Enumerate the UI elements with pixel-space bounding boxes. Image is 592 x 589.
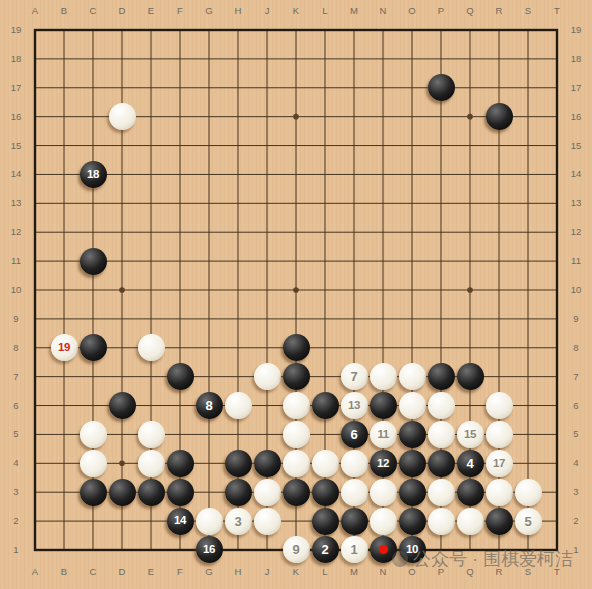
move-number: 18 xyxy=(87,169,99,181)
row-label-left: 7 xyxy=(6,371,26,383)
black-stone-F2: 14 xyxy=(167,508,194,535)
col-label-top: L xyxy=(315,5,335,17)
row-label-right: 17 xyxy=(566,82,586,94)
row-label-left: 4 xyxy=(6,457,26,469)
col-label-bottom: C xyxy=(83,566,103,578)
row-label-right: 12 xyxy=(566,226,586,238)
move-number: 14 xyxy=(174,515,186,527)
black-stone-K7 xyxy=(283,363,310,390)
white-stone-R4: 17 xyxy=(486,450,513,477)
row-label-right: 1 xyxy=(566,544,586,556)
white-stone-R5 xyxy=(486,421,513,448)
col-label-top: J xyxy=(257,5,277,17)
white-stone-G2 xyxy=(196,508,223,535)
white-stone-Q2 xyxy=(457,508,484,535)
black-stone-O3 xyxy=(399,479,426,506)
white-stone-M7: 7 xyxy=(341,363,368,390)
move-number: 15 xyxy=(464,429,476,441)
black-stone-E3 xyxy=(138,479,165,506)
white-stone-J3 xyxy=(254,479,281,506)
col-label-bottom: G xyxy=(199,566,219,578)
black-stone-Q3 xyxy=(457,479,484,506)
white-stone-E4 xyxy=(138,450,165,477)
black-stone-P4 xyxy=(428,450,455,477)
row-label-left: 8 xyxy=(6,342,26,354)
move-number: 4 xyxy=(466,457,473,470)
white-stone-R3 xyxy=(486,479,513,506)
col-label-top: M xyxy=(344,5,364,17)
black-stone-F3 xyxy=(167,479,194,506)
black-stone-O5 xyxy=(399,421,426,448)
move-number: 11 xyxy=(377,429,388,441)
black-stone-G1: 16 xyxy=(196,536,223,563)
row-label-left: 17 xyxy=(6,82,26,94)
black-stone-Q7 xyxy=(457,363,484,390)
row-label-left: 9 xyxy=(6,313,26,325)
col-label-bottom: D xyxy=(112,566,132,578)
black-stone-L1: 2 xyxy=(312,536,339,563)
white-stone-N2 xyxy=(370,508,397,535)
black-stone-F4 xyxy=(167,450,194,477)
white-stone-Q5: 15 xyxy=(457,421,484,448)
black-stone-C11 xyxy=(80,248,107,275)
white-stone-B8: 19 xyxy=(51,334,78,361)
white-stone-M1: 1 xyxy=(341,536,368,563)
row-label-right: 9 xyxy=(566,313,586,325)
black-stone-C14: 18 xyxy=(80,161,107,188)
white-stone-P6 xyxy=(428,392,455,419)
move-number: 8 xyxy=(205,399,212,412)
black-stone-L6 xyxy=(312,392,339,419)
black-stone-D3 xyxy=(109,479,136,506)
move-number: 9 xyxy=(292,543,299,556)
white-stone-C4 xyxy=(80,450,107,477)
col-label-bottom: R xyxy=(489,566,509,578)
white-stone-D16 xyxy=(109,103,136,130)
col-label-top: D xyxy=(112,5,132,17)
row-label-left: 12 xyxy=(6,226,26,238)
white-stone-P3 xyxy=(428,479,455,506)
black-stone-H4 xyxy=(225,450,252,477)
go-board[interactable]: AABBCCDDEEFFGGHHJJKKLLMMNNOOPPQQRRSSTT19… xyxy=(0,0,592,589)
white-stone-O7 xyxy=(399,363,426,390)
white-stone-N3 xyxy=(370,479,397,506)
white-stone-J7 xyxy=(254,363,281,390)
row-label-left: 3 xyxy=(6,486,26,498)
col-label-top: E xyxy=(141,5,161,17)
move-number: 1 xyxy=(350,543,357,556)
black-stone-Q4: 4 xyxy=(457,450,484,477)
white-stone-P2 xyxy=(428,508,455,535)
row-label-right: 16 xyxy=(566,111,586,123)
black-stone-N1 xyxy=(370,536,397,563)
move-number: 17 xyxy=(493,458,505,470)
black-stone-P17 xyxy=(428,74,455,101)
col-label-bottom: F xyxy=(170,566,190,578)
white-stone-S2: 5 xyxy=(515,508,542,535)
black-stone-O2 xyxy=(399,508,426,535)
col-label-top: F xyxy=(170,5,190,17)
black-stone-K8 xyxy=(283,334,310,361)
row-label-left: 2 xyxy=(6,515,26,527)
col-label-top: O xyxy=(402,5,422,17)
white-stone-M6: 13 xyxy=(341,392,368,419)
row-label-left: 11 xyxy=(6,255,26,267)
black-stone-M5: 6 xyxy=(341,421,368,448)
col-label-bottom: A xyxy=(25,566,45,578)
white-stone-C5 xyxy=(80,421,107,448)
row-label-right: 7 xyxy=(566,371,586,383)
black-stone-C8 xyxy=(80,334,107,361)
white-stone-M4 xyxy=(341,450,368,477)
move-number: 19 xyxy=(58,342,70,354)
black-stone-N4: 12 xyxy=(370,450,397,477)
white-stone-N5: 11 xyxy=(370,421,397,448)
col-label-top: Q xyxy=(460,5,480,17)
row-label-right: 4 xyxy=(566,457,586,469)
col-label-top: R xyxy=(489,5,509,17)
black-stone-F7 xyxy=(167,363,194,390)
white-stone-E8 xyxy=(138,334,165,361)
move-number: 7 xyxy=(350,370,357,383)
black-stone-D6 xyxy=(109,392,136,419)
white-stone-H6 xyxy=(225,392,252,419)
row-label-left: 18 xyxy=(6,53,26,65)
row-label-right: 14 xyxy=(566,168,586,180)
move-number: 13 xyxy=(348,400,360,412)
row-label-left: 14 xyxy=(6,168,26,180)
col-label-top: G xyxy=(199,5,219,17)
white-stone-O6 xyxy=(399,392,426,419)
col-label-top: K xyxy=(286,5,306,17)
white-stone-K4 xyxy=(283,450,310,477)
row-label-left: 15 xyxy=(6,140,26,152)
row-label-left: 6 xyxy=(6,400,26,412)
row-label-left: 16 xyxy=(6,111,26,123)
white-stone-H2: 3 xyxy=(225,508,252,535)
white-stone-R6 xyxy=(486,392,513,419)
move-number: 5 xyxy=(524,515,531,528)
col-label-top: A xyxy=(25,5,45,17)
black-stone-N6 xyxy=(370,392,397,419)
white-stone-N7 xyxy=(370,363,397,390)
black-stone-L2 xyxy=(312,508,339,535)
col-label-top: C xyxy=(83,5,103,17)
row-label-left: 13 xyxy=(6,197,26,209)
row-label-right: 18 xyxy=(566,53,586,65)
col-label-bottom: K xyxy=(286,566,306,578)
red-dot-marker xyxy=(379,545,388,554)
white-stone-K1: 9 xyxy=(283,536,310,563)
move-number: 12 xyxy=(377,458,389,470)
col-label-top: B xyxy=(54,5,74,17)
row-label-right: 10 xyxy=(566,284,586,296)
row-label-right: 15 xyxy=(566,140,586,152)
row-label-right: 3 xyxy=(566,486,586,498)
row-label-left: 1 xyxy=(6,544,26,556)
white-stone-M3 xyxy=(341,479,368,506)
black-stone-O4 xyxy=(399,450,426,477)
black-stone-O1: 10 xyxy=(399,536,426,563)
black-stone-R2 xyxy=(486,508,513,535)
white-stone-L4 xyxy=(312,450,339,477)
row-label-right: 11 xyxy=(566,255,586,267)
move-number: 2 xyxy=(321,543,328,556)
white-stone-P5 xyxy=(428,421,455,448)
white-stone-S3 xyxy=(515,479,542,506)
col-label-bottom: M xyxy=(344,566,364,578)
col-label-bottom: P xyxy=(431,566,451,578)
col-label-bottom: S xyxy=(518,566,538,578)
row-label-right: 8 xyxy=(566,342,586,354)
white-stone-J2 xyxy=(254,508,281,535)
col-label-top: N xyxy=(373,5,393,17)
row-label-right: 13 xyxy=(566,197,586,209)
col-label-bottom: O xyxy=(402,566,422,578)
black-stone-K3 xyxy=(283,479,310,506)
black-stone-C3 xyxy=(80,479,107,506)
col-label-bottom: H xyxy=(228,566,248,578)
row-label-right: 19 xyxy=(566,24,586,36)
col-label-top: P xyxy=(431,5,451,17)
col-label-bottom: N xyxy=(373,566,393,578)
col-label-bottom: Q xyxy=(460,566,480,578)
col-label-bottom: B xyxy=(54,566,74,578)
black-stone-H3 xyxy=(225,479,252,506)
row-label-left: 10 xyxy=(6,284,26,296)
col-label-bottom: E xyxy=(141,566,161,578)
black-stone-J4 xyxy=(254,450,281,477)
move-number: 6 xyxy=(350,428,357,441)
black-stone-L3 xyxy=(312,479,339,506)
row-label-right: 6 xyxy=(566,400,586,412)
white-stone-E5 xyxy=(138,421,165,448)
col-label-bottom: T xyxy=(547,566,567,578)
black-stone-G6: 8 xyxy=(196,392,223,419)
col-label-top: H xyxy=(228,5,248,17)
move-number: 10 xyxy=(406,544,418,556)
col-label-bottom: J xyxy=(257,566,277,578)
black-stone-M2 xyxy=(341,508,368,535)
col-label-top: T xyxy=(547,5,567,17)
black-stone-R16 xyxy=(486,103,513,130)
move-number: 16 xyxy=(203,544,215,556)
col-label-bottom: L xyxy=(315,566,335,578)
col-label-top: S xyxy=(518,5,538,17)
row-label-left: 5 xyxy=(6,428,26,440)
row-label-right: 2 xyxy=(566,515,586,527)
black-stone-P7 xyxy=(428,363,455,390)
row-label-right: 5 xyxy=(566,428,586,440)
row-label-left: 19 xyxy=(6,24,26,36)
white-stone-K5 xyxy=(283,421,310,448)
white-stone-K6 xyxy=(283,392,310,419)
move-number: 3 xyxy=(234,515,241,528)
